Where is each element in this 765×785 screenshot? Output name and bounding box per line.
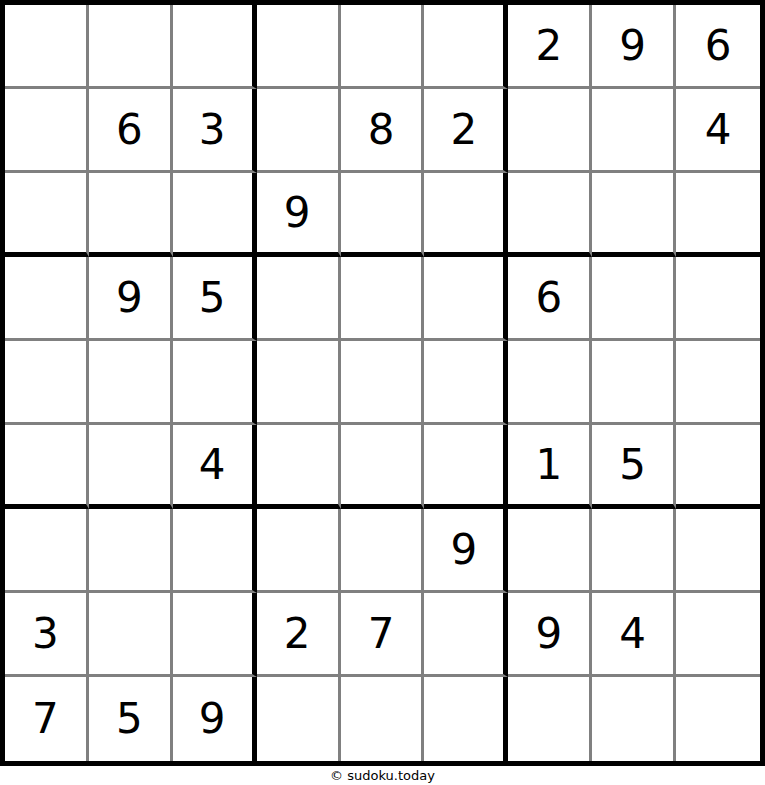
- sudoku-cell-r3c6[interactable]: [424, 173, 508, 257]
- sudoku-cell-r2c8[interactable]: [592, 89, 676, 173]
- cell-digit: 5: [619, 444, 646, 486]
- sudoku-cell-r5c8[interactable]: [592, 341, 676, 425]
- sudoku-cell-r2c2[interactable]: 6: [89, 89, 173, 173]
- sudoku-cell-r7c8[interactable]: [592, 509, 676, 593]
- cell-digit: 1: [535, 444, 562, 486]
- sudoku-cell-r7c7[interactable]: [508, 509, 592, 593]
- sudoku-cell-r5c6[interactable]: [424, 341, 508, 425]
- sudoku-cell-r5c4[interactable]: [257, 341, 341, 425]
- sudoku-page: 296638249956415932794759 © sudoku.today: [0, 0, 765, 785]
- cell-digit: 4: [199, 444, 226, 486]
- cell-digit: 2: [535, 25, 562, 67]
- cell-digit: 5: [116, 698, 143, 740]
- sudoku-cell-r9c3[interactable]: 9: [173, 677, 257, 761]
- sudoku-cell-r7c3[interactable]: [173, 509, 257, 593]
- sudoku-cell-r8c8[interactable]: 4: [592, 593, 676, 677]
- sudoku-cell-r2c1[interactable]: [5, 89, 89, 173]
- cell-digit: 9: [535, 613, 562, 655]
- sudoku-cell-r4c4[interactable]: [257, 257, 341, 341]
- sudoku-cell-r6c1[interactable]: [5, 425, 89, 509]
- sudoku-cell-r9c2[interactable]: 5: [89, 677, 173, 761]
- sudoku-cell-r8c4[interactable]: 2: [257, 593, 341, 677]
- sudoku-cell-r1c8[interactable]: 9: [592, 5, 676, 89]
- sudoku-cell-r6c7[interactable]: 1: [508, 425, 592, 509]
- cell-digit: 7: [32, 698, 59, 740]
- sudoku-cell-r6c4[interactable]: [257, 425, 341, 509]
- sudoku-cell-r7c2[interactable]: [89, 509, 173, 593]
- cell-digit: 9: [619, 25, 646, 67]
- sudoku-cell-r3c8[interactable]: [592, 173, 676, 257]
- sudoku-cell-r6c6[interactable]: [424, 425, 508, 509]
- sudoku-cell-r4c3[interactable]: 5: [173, 257, 257, 341]
- sudoku-cell-r8c5[interactable]: 7: [341, 593, 425, 677]
- sudoku-cell-r1c2[interactable]: [89, 5, 173, 89]
- sudoku-cell-r4c1[interactable]: [5, 257, 89, 341]
- sudoku-cell-r7c9[interactable]: [676, 509, 760, 593]
- sudoku-cell-r5c9[interactable]: [676, 341, 760, 425]
- sudoku-cell-r3c9[interactable]: [676, 173, 760, 257]
- sudoku-cell-r9c8[interactable]: [592, 677, 676, 761]
- sudoku-cell-r7c6[interactable]: 9: [424, 509, 508, 593]
- sudoku-cell-r6c3[interactable]: 4: [173, 425, 257, 509]
- sudoku-cell-r5c5[interactable]: [341, 341, 425, 425]
- cell-digit: 6: [116, 109, 143, 151]
- sudoku-cell-r3c3[interactable]: [173, 173, 257, 257]
- sudoku-cell-r1c9[interactable]: 6: [676, 5, 760, 89]
- sudoku-cell-r6c9[interactable]: [676, 425, 760, 509]
- credit-text: © sudoku.today: [0, 766, 765, 785]
- sudoku-cell-r1c1[interactable]: [5, 5, 89, 89]
- cell-digit: 3: [32, 613, 59, 655]
- sudoku-cell-r3c1[interactable]: [5, 173, 89, 257]
- cell-digit: 8: [368, 109, 395, 151]
- sudoku-cell-r8c6[interactable]: [424, 593, 508, 677]
- sudoku-cell-r9c6[interactable]: [424, 677, 508, 761]
- sudoku-cell-r1c6[interactable]: [424, 5, 508, 89]
- sudoku-cell-r8c3[interactable]: [173, 593, 257, 677]
- sudoku-cell-r2c5[interactable]: 8: [341, 89, 425, 173]
- sudoku-cell-r5c7[interactable]: [508, 341, 592, 425]
- sudoku-cell-r6c2[interactable]: [89, 425, 173, 509]
- sudoku-cell-r9c9[interactable]: [676, 677, 760, 761]
- cell-digit: 6: [535, 277, 562, 319]
- sudoku-cell-r2c7[interactable]: [508, 89, 592, 173]
- sudoku-cell-r2c6[interactable]: 2: [424, 89, 508, 173]
- sudoku-cell-r3c7[interactable]: [508, 173, 592, 257]
- sudoku-cell-r8c7[interactable]: 9: [508, 593, 592, 677]
- sudoku-cell-r2c4[interactable]: [257, 89, 341, 173]
- sudoku-cell-r9c4[interactable]: [257, 677, 341, 761]
- sudoku-cell-r1c5[interactable]: [341, 5, 425, 89]
- sudoku-cell-r8c1[interactable]: 3: [5, 593, 89, 677]
- sudoku-board: 296638249956415932794759: [0, 0, 765, 766]
- sudoku-cell-r4c8[interactable]: [592, 257, 676, 341]
- sudoku-cell-r2c9[interactable]: 4: [676, 89, 760, 173]
- sudoku-cell-r6c8[interactable]: 5: [592, 425, 676, 509]
- cell-digit: 6: [705, 25, 732, 67]
- cell-digit: 4: [619, 613, 646, 655]
- sudoku-cell-r8c9[interactable]: [676, 593, 760, 677]
- sudoku-cell-r1c4[interactable]: [257, 5, 341, 89]
- cell-digit: 2: [284, 613, 311, 655]
- sudoku-cell-r8c2[interactable]: [89, 593, 173, 677]
- sudoku-cell-r7c4[interactable]: [257, 509, 341, 593]
- sudoku-cell-r9c1[interactable]: 7: [5, 677, 89, 761]
- cell-digit: 9: [284, 192, 311, 234]
- sudoku-cell-r5c3[interactable]: [173, 341, 257, 425]
- sudoku-cell-r3c5[interactable]: [341, 173, 425, 257]
- sudoku-cell-r9c7[interactable]: [508, 677, 592, 761]
- cell-digit: 4: [705, 109, 732, 151]
- sudoku-cell-r4c6[interactable]: [424, 257, 508, 341]
- cell-digit: 5: [199, 277, 226, 319]
- sudoku-cell-r6c5[interactable]: [341, 425, 425, 509]
- cell-digit: 9: [116, 277, 143, 319]
- cell-digit: 3: [199, 109, 226, 151]
- sudoku-cell-r4c5[interactable]: [341, 257, 425, 341]
- sudoku-cell-r3c4[interactable]: 9: [257, 173, 341, 257]
- sudoku-cell-r2c3[interactable]: 3: [173, 89, 257, 173]
- sudoku-cell-r1c3[interactable]: [173, 5, 257, 89]
- sudoku-cell-r4c2[interactable]: 9: [89, 257, 173, 341]
- sudoku-cell-r7c1[interactable]: [5, 509, 89, 593]
- sudoku-cell-r7c5[interactable]: [341, 509, 425, 593]
- sudoku-cell-r5c1[interactable]: [5, 341, 89, 425]
- cell-digit: 9: [451, 529, 478, 571]
- cell-digit: 9: [199, 698, 226, 740]
- sudoku-cell-r4c9[interactable]: [676, 257, 760, 341]
- sudoku-cell-r5c2[interactable]: [89, 341, 173, 425]
- sudoku-cell-r1c7[interactable]: 2: [508, 5, 592, 89]
- cell-digit: 2: [451, 109, 478, 151]
- sudoku-cell-r3c2[interactable]: [89, 173, 173, 257]
- sudoku-cell-r4c7[interactable]: 6: [508, 257, 592, 341]
- sudoku-cell-r9c5[interactable]: [341, 677, 425, 761]
- cell-digit: 7: [368, 613, 395, 655]
